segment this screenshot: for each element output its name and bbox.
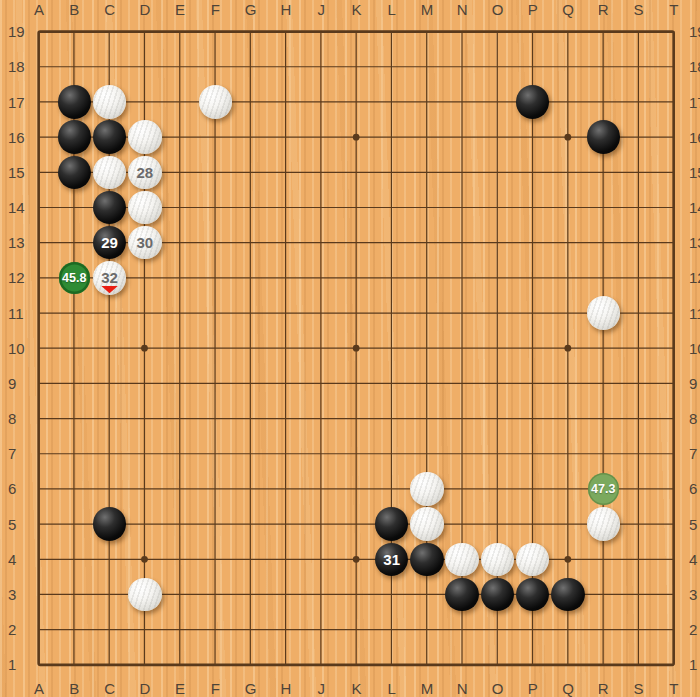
stone-move-number: 32	[101, 270, 118, 285]
stone-black-P3[interactable]	[516, 578, 550, 612]
stone-black-R16[interactable]	[587, 120, 621, 154]
stone-white-D13[interactable]: 30	[128, 226, 162, 260]
stone-move-number: 31	[383, 552, 400, 567]
stone-white-D14[interactable]	[128, 191, 162, 225]
stone-black-P17[interactable]	[516, 85, 550, 119]
col-label-Q: Q	[562, 681, 574, 697]
col-label-B: B	[69, 681, 79, 697]
stone-white-M6[interactable]	[410, 472, 444, 506]
analysis-stone-B12[interactable]: 45.8	[59, 262, 91, 294]
stone-white-P4[interactable]	[516, 543, 550, 577]
stone-black-C14[interactable]	[93, 191, 127, 225]
star-point-Q4	[565, 556, 572, 563]
stone-white-R5[interactable]	[587, 507, 621, 541]
star-point-D10	[141, 345, 148, 352]
stone-black-B16[interactable]	[58, 120, 92, 154]
stone-black-B15[interactable]	[58, 156, 92, 190]
col-label-O: O	[492, 681, 504, 697]
col-label-T: T	[669, 681, 678, 697]
stone-white-C17[interactable]	[93, 85, 127, 119]
goban[interactable]: 282930323145.847.3	[21, 14, 691, 682]
col-label-L: L	[388, 681, 396, 697]
star-point-Q16	[565, 134, 572, 141]
col-label-J: J	[317, 681, 325, 697]
stone-black-B17[interactable]	[58, 85, 92, 119]
stone-black-M4[interactable]	[410, 543, 444, 577]
stone-white-F17[interactable]	[199, 85, 233, 119]
stone-black-L5[interactable]	[375, 507, 409, 541]
analysis-value: 45.8	[62, 271, 86, 285]
stone-move-number: 30	[136, 235, 153, 250]
star-point-K4	[353, 556, 360, 563]
stone-white-C15[interactable]	[93, 156, 127, 190]
column-labels-bottom: ABCDEFGHJKLMNOPQRST	[21, 681, 691, 697]
stone-black-C5[interactable]	[93, 507, 127, 541]
star-point-K16	[353, 134, 360, 141]
stone-black-C13[interactable]: 29	[93, 226, 127, 260]
col-label-F: F	[211, 681, 220, 697]
star-point-D4	[141, 556, 148, 563]
col-label-R: R	[598, 681, 609, 697]
stone-white-C12[interactable]: 32	[93, 261, 127, 295]
stone-move-number: 28	[136, 165, 153, 180]
stone-white-R11[interactable]	[587, 296, 621, 330]
star-point-K10	[353, 345, 360, 352]
col-label-A: A	[34, 681, 44, 697]
star-point-Q10	[565, 345, 572, 352]
grid-lines	[21, 14, 691, 682]
col-label-H: H	[280, 681, 291, 697]
col-label-E: E	[175, 681, 185, 697]
stone-white-D15[interactable]: 28	[128, 156, 162, 190]
stone-black-L4[interactable]: 31	[375, 543, 409, 577]
col-label-K: K	[351, 681, 361, 697]
col-label-P: P	[528, 681, 538, 697]
stone-black-O3[interactable]	[481, 578, 515, 612]
stone-white-D16[interactable]	[128, 120, 162, 154]
stone-black-Q3[interactable]	[551, 578, 585, 612]
col-label-C: C	[104, 681, 115, 697]
col-label-N: N	[457, 681, 468, 697]
stone-white-D3[interactable]	[128, 578, 162, 612]
go-board-screen: ABCDEFGHJKLMNOPQRST ABCDEFGHJKLMNOPQRST …	[0, 0, 700, 697]
analysis-stone-R6[interactable]: 47.3	[588, 473, 620, 505]
stone-white-N4[interactable]	[445, 543, 479, 577]
col-label-D: D	[139, 681, 150, 697]
col-label-S: S	[634, 681, 644, 697]
analysis-value: 47.3	[591, 482, 615, 496]
col-label-M: M	[421, 681, 434, 697]
stone-move-number: 29	[101, 235, 118, 250]
stone-black-C16[interactable]	[93, 120, 127, 154]
col-label-G: G	[245, 681, 257, 697]
stone-white-O4[interactable]	[481, 543, 515, 577]
stone-black-N3[interactable]	[445, 578, 479, 612]
red-wedge-marker	[101, 286, 118, 294]
stone-white-M5[interactable]	[410, 507, 444, 541]
